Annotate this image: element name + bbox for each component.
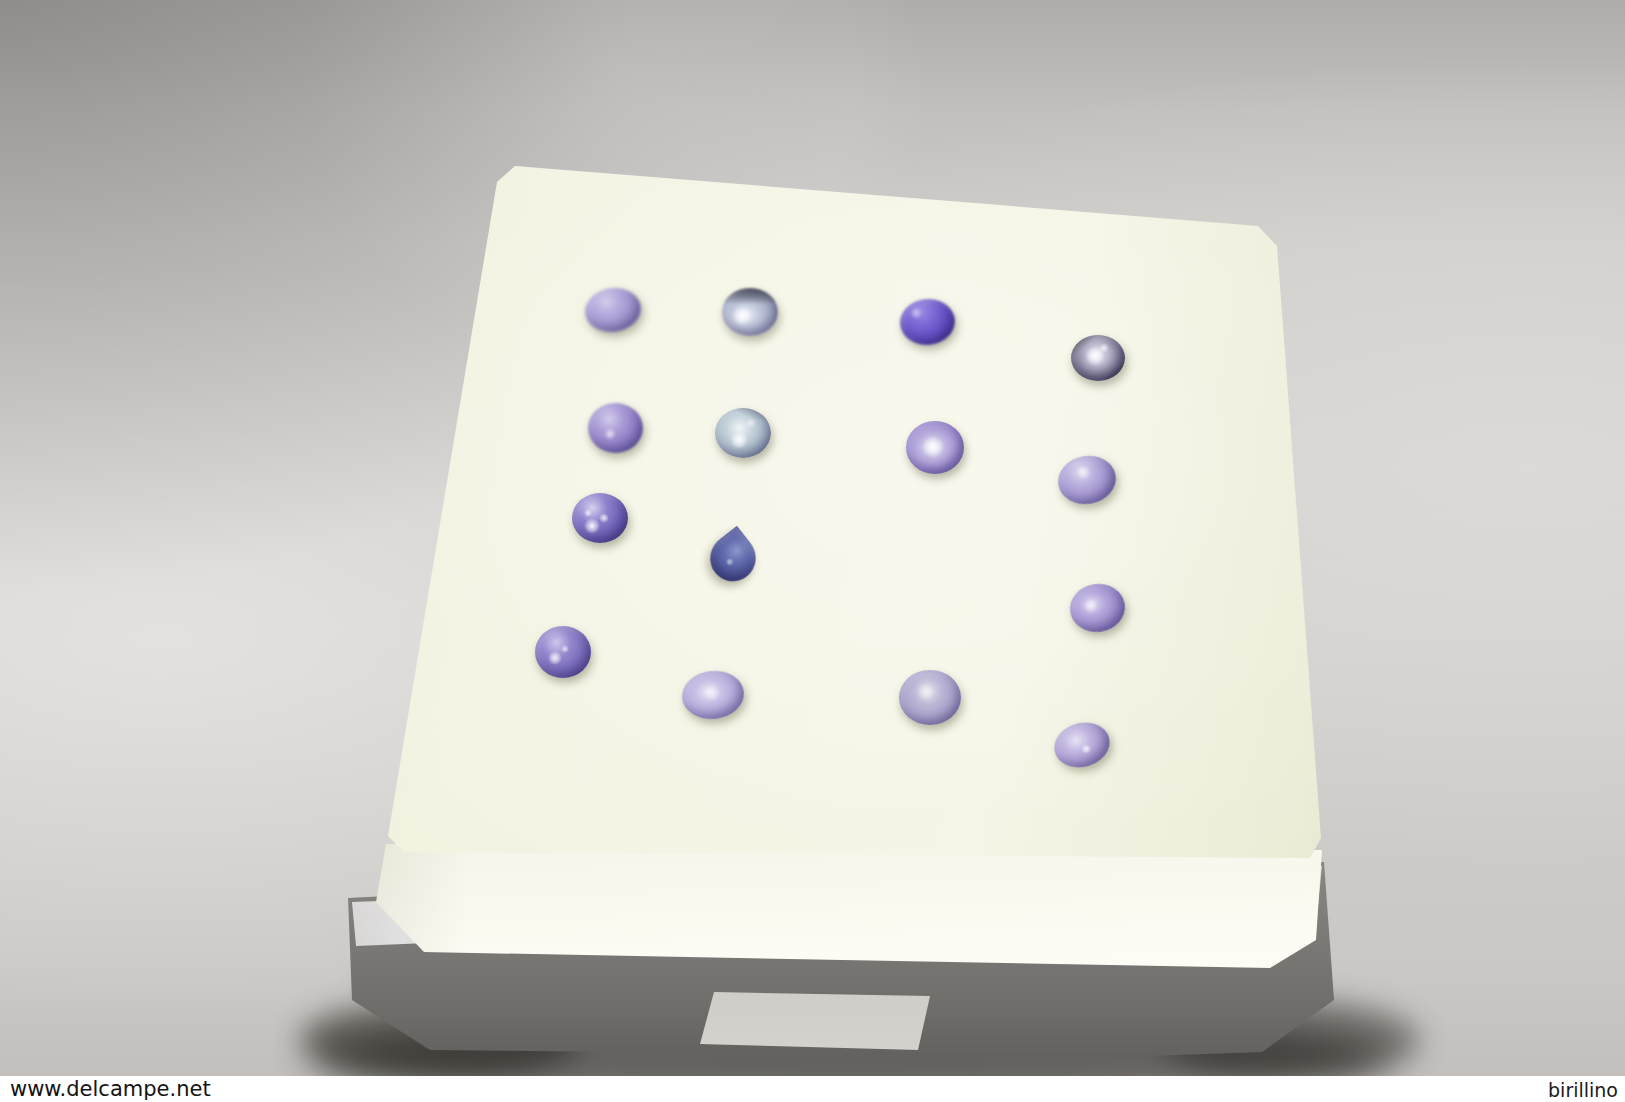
- gem-r3c1: [572, 493, 628, 543]
- gem-sparkle: [730, 431, 748, 449]
- gem-sparkle: [703, 684, 721, 702]
- gem-r3c2: [701, 526, 766, 591]
- gem-r4c3: [899, 670, 961, 725]
- gem-r1c4: [1071, 335, 1125, 381]
- gem-sparkle: [604, 428, 616, 440]
- gem-sparkle: [917, 683, 935, 701]
- photo: www.delcampe.net birillino: [0, 0, 1625, 1102]
- gem-r2c4: [1054, 451, 1119, 508]
- gem-sparkle: [548, 651, 562, 665]
- gem-sparkle: [1085, 346, 1105, 366]
- gem-r4c2: [680, 668, 747, 722]
- gem-r2c3: [906, 421, 964, 474]
- gem-sparkle: [561, 645, 569, 653]
- gem-sparkle: [732, 306, 752, 326]
- caption-strip: www.delcampe.net birillino: [0, 1076, 1625, 1102]
- gems-grid: [0, 0, 1625, 1102]
- gem-sparkle: [1082, 598, 1098, 614]
- gem-sparkle: [1080, 743, 1092, 755]
- gem-sparkle: [584, 518, 600, 534]
- gem-r2c2: [715, 408, 771, 458]
- watermark-left: www.delcampe.net: [10, 1077, 211, 1101]
- gem-r1c2: [722, 288, 778, 336]
- gem-sparkle: [724, 556, 735, 567]
- gem-sparkle: [922, 436, 944, 458]
- gem-sparkle: [599, 513, 609, 523]
- gem-r2c1: [588, 403, 643, 453]
- gem-r4c4: [1049, 717, 1114, 774]
- gem-r3c4: [1066, 580, 1127, 635]
- gem-r4c1: [535, 626, 591, 678]
- gem-r1c1: [582, 284, 644, 335]
- gem-sparkle: [1099, 343, 1109, 353]
- gem-sparkle: [584, 509, 592, 517]
- gem-sparkle: [746, 418, 756, 428]
- gem-sparkle: [1075, 465, 1091, 481]
- watermark-right: birillino: [1548, 1079, 1618, 1101]
- gem-r1c3: [898, 297, 957, 348]
- gem-sparkle: [909, 306, 922, 319]
